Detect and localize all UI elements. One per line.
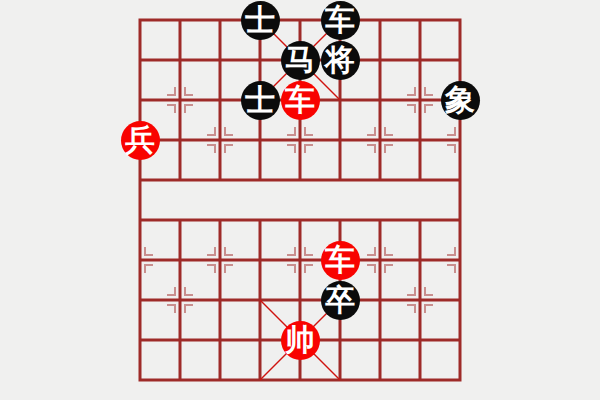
piece-black-elephant[interactable]: 象: [441, 81, 480, 120]
screenshot-canvas: 士车马将士车象兵车卒帅: [0, 0, 600, 400]
piece-red-chariot[interactable]: 车: [321, 241, 360, 280]
piece-red-general[interactable]: 帅: [281, 321, 320, 360]
piece-black-horse[interactable]: 马: [281, 41, 320, 80]
piece-black-advisor[interactable]: 士: [241, 81, 280, 120]
piece-red-chariot[interactable]: 车: [281, 81, 320, 120]
piece-black-general[interactable]: 将: [321, 41, 360, 80]
piece-red-soldier[interactable]: 兵: [121, 121, 160, 160]
pieces-layer: 士车马将士车象兵车卒帅: [0, 0, 600, 400]
piece-black-chariot[interactable]: 车: [321, 1, 360, 40]
piece-black-advisor[interactable]: 士: [241, 1, 280, 40]
piece-black-soldier[interactable]: 卒: [321, 281, 360, 320]
